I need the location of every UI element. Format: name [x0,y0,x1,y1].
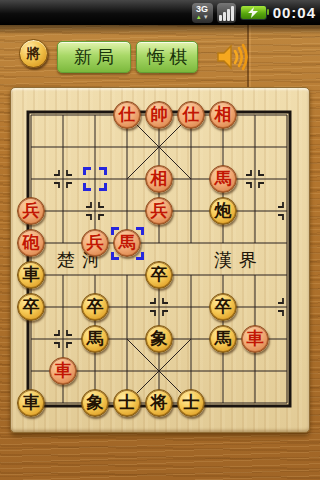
piece-black-将[interactable]: 将 [145,389,173,417]
piece-red-帥[interactable]: 帥 [145,101,173,129]
piece-black-卒[interactable]: 卒 [145,261,173,289]
turn-indicator-piece-icon: 將 [19,39,48,68]
piece-black-士[interactable]: 士 [113,389,141,417]
piece-black-車[interactable]: 車 [17,389,45,417]
screen: 3G ▲▼ 00:04 將 新局 悔棋 楚河 漢界 仕帥仕相相馬兵兵炮砲兵馬車卒… [0,0,320,480]
river-label-right: 漢界 [214,248,264,272]
piece-red-車[interactable]: 車 [49,357,77,385]
lightning-bolt-icon [248,7,258,18]
piece-black-卒[interactable]: 卒 [209,293,237,321]
speaker-on-icon [216,42,250,72]
piece-red-馬[interactable]: 馬 [113,229,141,257]
undo-button[interactable]: 悔棋 [136,41,198,73]
piece-red-馬[interactable]: 馬 [209,165,237,193]
piece-black-卒[interactable]: 卒 [17,293,45,321]
piece-black-卒[interactable]: 卒 [81,293,109,321]
network-label: 3G [196,5,208,14]
network-3g-icon: 3G ▲▼ [192,3,213,23]
status-clock: 00:04 [273,4,316,21]
new-game-button[interactable]: 新局 [57,41,131,73]
piece-red-兵[interactable]: 兵 [17,197,45,225]
sound-toggle-button[interactable] [215,41,251,73]
status-bar: 3G ▲▼ 00:04 [0,0,320,25]
piece-black-士[interactable]: 士 [177,389,205,417]
piece-black-象[interactable]: 象 [81,389,109,417]
piece-red-仕[interactable]: 仕 [177,101,205,129]
piece-black-馬[interactable]: 馬 [81,325,109,353]
piece-red-兵[interactable]: 兵 [81,229,109,257]
piece-black-車[interactable]: 車 [17,261,45,289]
battery-charging-icon [240,5,267,20]
piece-red-相[interactable]: 相 [209,101,237,129]
piece-red-砲[interactable]: 砲 [17,229,45,257]
piece-red-仕[interactable]: 仕 [113,101,141,129]
statusbar-shadow [0,25,320,35]
piece-red-車[interactable]: 車 [241,325,269,353]
piece-black-馬[interactable]: 馬 [209,325,237,353]
signal-bars-icon [217,3,236,23]
data-arrows-icon: ▲▼ [196,14,209,21]
piece-red-兵[interactable]: 兵 [145,197,173,225]
piece-red-相[interactable]: 相 [145,165,173,193]
piece-black-象[interactable]: 象 [145,325,173,353]
piece-black-炮[interactable]: 炮 [209,197,237,225]
